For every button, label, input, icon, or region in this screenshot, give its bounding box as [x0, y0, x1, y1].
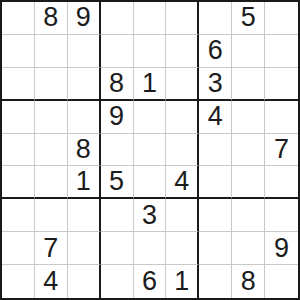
cell-r7c4[interactable] [101, 199, 134, 232]
cell-r9c7[interactable] [199, 265, 232, 298]
cell-r8c2[interactable]: 7 [35, 232, 68, 265]
cell-r4c9[interactable] [265, 101, 298, 134]
cell-r3c9[interactable] [265, 68, 298, 101]
cell-r9c8[interactable]: 8 [232, 265, 265, 298]
cell-r2c3[interactable] [68, 35, 101, 68]
cell-r3c5[interactable]: 1 [134, 68, 167, 101]
cell-r1c3[interactable]: 9 [68, 2, 101, 35]
cell-r6c6[interactable]: 4 [166, 166, 199, 199]
cell-r7c2[interactable] [35, 199, 68, 232]
cell-r8c6[interactable] [166, 232, 199, 265]
cell-r6c9[interactable] [265, 166, 298, 199]
cell-r8c8[interactable] [232, 232, 265, 265]
cell-r6c5[interactable] [134, 166, 167, 199]
cell-r2c6[interactable] [166, 35, 199, 68]
cell-r3c7[interactable]: 3 [199, 68, 232, 101]
cell-r5c3[interactable]: 8 [68, 134, 101, 167]
sudoku-board: 895681394871543794618 [0, 0, 300, 300]
cell-r1c8[interactable]: 5 [232, 2, 265, 35]
cell-r5c7[interactable] [199, 134, 232, 167]
cell-r5c5[interactable] [134, 134, 167, 167]
cell-r1c2[interactable]: 8 [35, 2, 68, 35]
cell-r2c9[interactable] [265, 35, 298, 68]
cell-r2c4[interactable] [101, 35, 134, 68]
cell-r5c2[interactable] [35, 134, 68, 167]
cell-r7c5[interactable]: 3 [134, 199, 167, 232]
cell-r8c9[interactable]: 9 [265, 232, 298, 265]
cell-r1c4[interactable] [101, 2, 134, 35]
cell-r2c5[interactable] [134, 35, 167, 68]
cell-r4c4[interactable]: 9 [101, 101, 134, 134]
cell-r9c5[interactable]: 6 [134, 265, 167, 298]
cell-r8c3[interactable] [68, 232, 101, 265]
cell-r9c3[interactable] [68, 265, 101, 298]
cell-r1c9[interactable] [265, 2, 298, 35]
cell-r3c8[interactable] [232, 68, 265, 101]
cell-r5c8[interactable] [232, 134, 265, 167]
cell-r4c8[interactable] [232, 101, 265, 134]
cell-r2c1[interactable] [2, 35, 35, 68]
cell-r6c8[interactable] [232, 166, 265, 199]
cell-r4c7[interactable]: 4 [199, 101, 232, 134]
cell-r8c5[interactable] [134, 232, 167, 265]
cell-r6c4[interactable]: 5 [101, 166, 134, 199]
cell-r2c2[interactable] [35, 35, 68, 68]
cell-r1c6[interactable] [166, 2, 199, 35]
cell-r8c4[interactable] [101, 232, 134, 265]
cell-r7c6[interactable] [166, 199, 199, 232]
cell-r1c7[interactable] [199, 2, 232, 35]
cell-r4c1[interactable] [2, 101, 35, 134]
cell-r5c6[interactable] [166, 134, 199, 167]
cell-r7c9[interactable] [265, 199, 298, 232]
cell-r3c3[interactable] [68, 68, 101, 101]
cell-r1c1[interactable] [2, 2, 35, 35]
cell-r1c5[interactable] [134, 2, 167, 35]
cell-r9c6[interactable]: 1 [166, 265, 199, 298]
cell-r7c1[interactable] [2, 199, 35, 232]
cell-r2c7[interactable]: 6 [199, 35, 232, 68]
cell-r8c1[interactable] [2, 232, 35, 265]
cell-r3c6[interactable] [166, 68, 199, 101]
cell-r5c4[interactable] [101, 134, 134, 167]
cell-r3c4[interactable]: 8 [101, 68, 134, 101]
cell-r4c2[interactable] [35, 101, 68, 134]
cell-r9c9[interactable] [265, 265, 298, 298]
cell-r5c9[interactable]: 7 [265, 134, 298, 167]
cell-r3c2[interactable] [35, 68, 68, 101]
cell-r4c5[interactable] [134, 101, 167, 134]
cell-r6c7[interactable] [199, 166, 232, 199]
cell-r7c8[interactable] [232, 199, 265, 232]
cell-r3c1[interactable] [2, 68, 35, 101]
cell-r8c7[interactable] [199, 232, 232, 265]
cell-r5c1[interactable] [2, 134, 35, 167]
cell-r9c2[interactable]: 4 [35, 265, 68, 298]
cell-r6c3[interactable]: 1 [68, 166, 101, 199]
cell-r9c4[interactable] [101, 265, 134, 298]
cell-r4c3[interactable] [68, 101, 101, 134]
cell-r4c6[interactable] [166, 101, 199, 134]
cell-r6c2[interactable] [35, 166, 68, 199]
cell-r2c8[interactable] [232, 35, 265, 68]
cell-r7c3[interactable] [68, 199, 101, 232]
cell-r9c1[interactable] [2, 265, 35, 298]
cell-r6c1[interactable] [2, 166, 35, 199]
cell-r7c7[interactable] [199, 199, 232, 232]
